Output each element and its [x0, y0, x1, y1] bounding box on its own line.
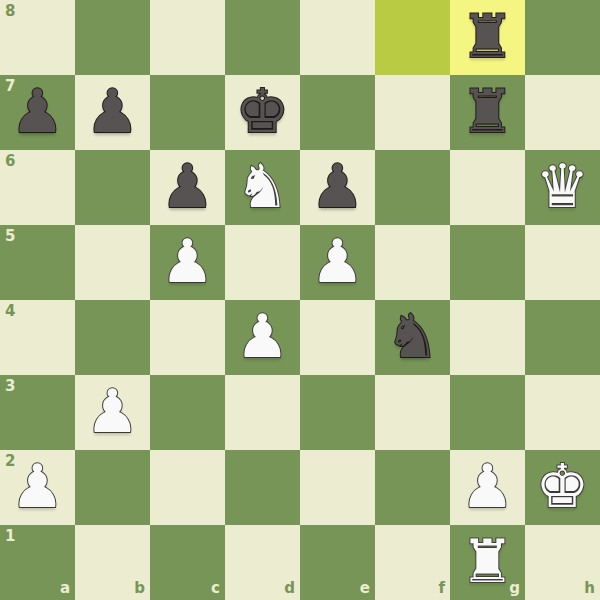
square-h1[interactable]: h — [525, 525, 600, 600]
square-e3[interactable] — [300, 375, 375, 450]
rank-label-6: 6 — [5, 154, 15, 169]
square-g6[interactable] — [450, 150, 525, 225]
square-b2[interactable] — [75, 450, 150, 525]
rank-label-4: 4 — [5, 304, 15, 319]
white-pawn[interactable]: ♟ — [450, 450, 525, 525]
white-rook[interactable]: ♜ — [450, 525, 525, 600]
square-c6[interactable]: ♟ — [150, 150, 225, 225]
square-e5[interactable]: ♟ — [300, 225, 375, 300]
square-a2[interactable]: 2♟ — [0, 450, 75, 525]
square-e4[interactable] — [300, 300, 375, 375]
file-label-f: f — [438, 581, 445, 596]
rank-label-5: 5 — [5, 229, 15, 244]
square-e2[interactable] — [300, 450, 375, 525]
square-h7[interactable] — [525, 75, 600, 150]
black-pawn[interactable]: ♟ — [300, 150, 375, 225]
square-g7[interactable]: ♜ — [450, 75, 525, 150]
square-a8[interactable]: 8 — [0, 0, 75, 75]
square-f6[interactable] — [375, 150, 450, 225]
square-c8[interactable] — [150, 0, 225, 75]
black-knight[interactable]: ♞ — [375, 300, 450, 375]
square-b3[interactable]: ♟ — [75, 375, 150, 450]
square-f4[interactable]: ♞ — [375, 300, 450, 375]
square-b7[interactable]: ♟ — [75, 75, 150, 150]
white-pawn[interactable]: ♟ — [225, 300, 300, 375]
square-a1[interactable]: 1a — [0, 525, 75, 600]
square-g8[interactable]: ♜ — [450, 0, 525, 75]
square-e6[interactable]: ♟ — [300, 150, 375, 225]
square-c1[interactable]: c — [150, 525, 225, 600]
square-a5[interactable]: 5 — [0, 225, 75, 300]
square-a6[interactable]: 6 — [0, 150, 75, 225]
square-f3[interactable] — [375, 375, 450, 450]
file-label-a: a — [60, 581, 70, 596]
white-pawn[interactable]: ♟ — [150, 225, 225, 300]
square-e1[interactable]: e — [300, 525, 375, 600]
black-rook[interactable]: ♜ — [450, 0, 525, 75]
square-d5[interactable] — [225, 225, 300, 300]
rank-label-3: 3 — [5, 379, 15, 394]
square-a3[interactable]: 3 — [0, 375, 75, 450]
black-pawn[interactable]: ♟ — [0, 75, 75, 150]
square-f2[interactable] — [375, 450, 450, 525]
square-h8[interactable] — [525, 0, 600, 75]
square-g4[interactable] — [450, 300, 525, 375]
square-d2[interactable] — [225, 450, 300, 525]
square-c5[interactable]: ♟ — [150, 225, 225, 300]
file-label-h: h — [584, 581, 595, 596]
square-d3[interactable] — [225, 375, 300, 450]
square-a7[interactable]: 7♟ — [0, 75, 75, 150]
square-e8[interactable] — [300, 0, 375, 75]
square-h2[interactable]: ♚ — [525, 450, 600, 525]
black-pawn[interactable]: ♟ — [75, 75, 150, 150]
square-g2[interactable]: ♟ — [450, 450, 525, 525]
white-pawn[interactable]: ♟ — [75, 375, 150, 450]
black-rook[interactable]: ♜ — [450, 75, 525, 150]
square-f7[interactable] — [375, 75, 450, 150]
square-f8[interactable] — [375, 0, 450, 75]
square-f1[interactable]: f — [375, 525, 450, 600]
square-g5[interactable] — [450, 225, 525, 300]
black-king[interactable]: ♚ — [225, 75, 300, 150]
square-a4[interactable]: 4 — [0, 300, 75, 375]
square-b8[interactable] — [75, 0, 150, 75]
file-label-c: c — [211, 581, 220, 596]
file-label-b: b — [134, 581, 145, 596]
white-knight[interactable]: ♞ — [225, 150, 300, 225]
square-f5[interactable] — [375, 225, 450, 300]
square-c3[interactable] — [150, 375, 225, 450]
square-d8[interactable] — [225, 0, 300, 75]
square-b6[interactable] — [75, 150, 150, 225]
white-queen[interactable]: ♛ — [525, 150, 600, 225]
chess-board: 8♜7♟♟♚♜6♟♞♟♛5♟♟4♟♞3♟2♟♟♚1abcdefg♜h — [0, 0, 600, 600]
square-c4[interactable] — [150, 300, 225, 375]
square-g3[interactable] — [450, 375, 525, 450]
black-pawn[interactable]: ♟ — [150, 150, 225, 225]
square-h4[interactable] — [525, 300, 600, 375]
square-h6[interactable]: ♛ — [525, 150, 600, 225]
rank-label-8: 8 — [5, 4, 15, 19]
square-d6[interactable]: ♞ — [225, 150, 300, 225]
square-g1[interactable]: g♜ — [450, 525, 525, 600]
square-d4[interactable]: ♟ — [225, 300, 300, 375]
square-h5[interactable] — [525, 225, 600, 300]
white-pawn[interactable]: ♟ — [300, 225, 375, 300]
square-d7[interactable]: ♚ — [225, 75, 300, 150]
square-b5[interactable] — [75, 225, 150, 300]
square-d1[interactable]: d — [225, 525, 300, 600]
square-c2[interactable] — [150, 450, 225, 525]
white-king[interactable]: ♚ — [525, 450, 600, 525]
square-b4[interactable] — [75, 300, 150, 375]
square-b1[interactable]: b — [75, 525, 150, 600]
rank-label-1: 1 — [5, 529, 15, 544]
file-label-d: d — [284, 581, 295, 596]
white-pawn[interactable]: ♟ — [0, 450, 75, 525]
square-c7[interactable] — [150, 75, 225, 150]
square-h3[interactable] — [525, 375, 600, 450]
square-e7[interactable] — [300, 75, 375, 150]
file-label-e: e — [360, 581, 370, 596]
